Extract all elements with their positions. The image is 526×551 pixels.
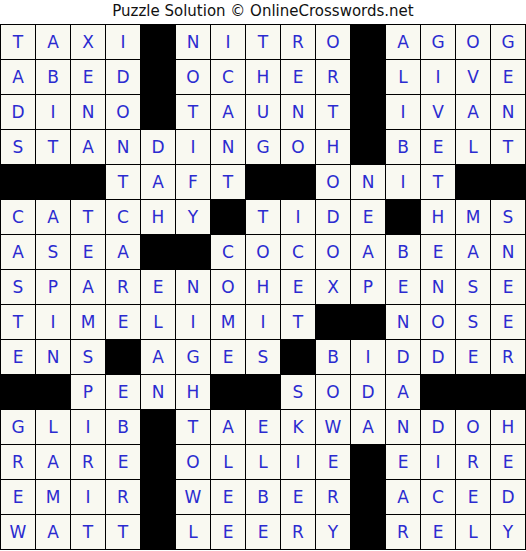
letter-cell-r8c5: E	[141, 270, 175, 304]
cell-letter: O	[326, 32, 339, 52]
cell-letter: A	[222, 417, 234, 437]
cell-letter: E	[153, 277, 164, 297]
cell-letter: E	[398, 277, 409, 297]
cell-letter: S	[13, 137, 24, 157]
cell-letter: H	[502, 417, 515, 437]
cell-letter: P	[48, 277, 58, 297]
letter-cell-r2c10: R	[316, 60, 350, 94]
cell-letter: L	[153, 312, 162, 332]
letter-cell-r6c6: Y	[176, 200, 210, 234]
letter-cell-r3c15: N	[491, 95, 525, 129]
letter-cell-r11c3: P	[71, 375, 105, 409]
letter-cell-r6c5: H	[141, 200, 175, 234]
letter-cell-r6c11: E	[351, 200, 385, 234]
letter-cell-r12c4: B	[106, 410, 140, 444]
cell-letter: I	[190, 137, 195, 157]
cell-letter: O	[291, 137, 304, 157]
letter-cell-r4c15: T	[491, 130, 525, 164]
cell-letter: W	[10, 522, 27, 542]
cell-letter: I	[225, 32, 230, 52]
letter-cell-r7c14: A	[456, 235, 490, 269]
letter-cell-r7c7: C	[211, 235, 245, 269]
black-cell	[246, 375, 280, 409]
cell-letter: E	[293, 67, 304, 87]
cell-letter: I	[295, 452, 300, 472]
cell-letter: B	[327, 347, 339, 367]
black-cell	[386, 200, 420, 234]
letter-cell-r7c3: E	[71, 235, 105, 269]
cell-letter: A	[397, 32, 409, 52]
letter-cell-r10c13: D	[421, 340, 455, 374]
letter-cell-r13c8: L	[246, 445, 280, 479]
letter-cell-r9c12: N	[386, 305, 420, 339]
letter-cell-r2c2: B	[36, 60, 70, 94]
cell-letter: N	[432, 277, 445, 297]
cell-letter: E	[433, 137, 444, 157]
cell-letter: E	[223, 487, 234, 507]
black-cell	[36, 165, 70, 199]
letter-cell-r13c13: I	[421, 445, 455, 479]
cell-letter: A	[397, 382, 409, 402]
cell-letter: C	[222, 242, 234, 262]
cell-letter: I	[365, 347, 370, 367]
letter-cell-r4c7: N	[211, 130, 245, 164]
letter-cell-r1c9: R	[281, 25, 315, 59]
letter-cell-r10c1: E	[1, 340, 35, 374]
cell-letter: B	[397, 137, 409, 157]
letter-cell-r8c6: N	[176, 270, 210, 304]
letter-cell-r2c13: I	[421, 60, 455, 94]
letter-cell-r4c4: N	[106, 130, 140, 164]
cell-letter: R	[327, 487, 339, 507]
cell-letter: E	[398, 452, 409, 472]
cell-letter: Y	[188, 207, 198, 227]
letter-cell-r4c14: L	[456, 130, 490, 164]
cell-letter: E	[503, 312, 514, 332]
black-cell	[456, 375, 490, 409]
letter-cell-r4c13: E	[421, 130, 455, 164]
cell-letter: O	[116, 102, 129, 122]
black-cell	[456, 165, 490, 199]
letter-cell-r15c14: L	[456, 515, 490, 549]
letter-cell-r15c12: R	[386, 515, 420, 549]
letter-cell-r14c1: E	[1, 480, 35, 514]
cell-letter: I	[85, 417, 90, 437]
cell-letter: G	[11, 417, 24, 437]
cell-letter: S	[468, 312, 479, 332]
cell-letter: A	[397, 487, 409, 507]
black-cell	[141, 25, 175, 59]
cell-letter: C	[12, 207, 24, 227]
cell-letter: E	[468, 347, 479, 367]
cell-letter: A	[82, 137, 94, 157]
cell-letter: R	[327, 67, 339, 87]
cell-letter: T	[13, 312, 23, 332]
cell-letter: I	[400, 102, 405, 122]
cell-letter: N	[397, 312, 410, 332]
black-cell	[316, 305, 350, 339]
letter-cell-r9c1: T	[1, 305, 35, 339]
letter-cell-r5c12: I	[386, 165, 420, 199]
letter-cell-r8c11: P	[351, 270, 385, 304]
cell-letter: H	[152, 207, 165, 227]
cell-letter: T	[328, 102, 338, 122]
letter-cell-r9c14: S	[456, 305, 490, 339]
cell-letter: C	[432, 487, 444, 507]
black-cell	[246, 165, 280, 199]
cell-letter: M	[46, 487, 61, 507]
letter-cell-r9c3: M	[71, 305, 105, 339]
cell-letter: N	[502, 242, 515, 262]
cell-letter: A	[222, 102, 234, 122]
letter-cell-r13c4: E	[106, 445, 140, 479]
cell-letter: L	[223, 452, 232, 472]
cell-letter: M	[221, 312, 236, 332]
letter-cell-r2c12: L	[386, 60, 420, 94]
cell-letter: D	[116, 67, 129, 87]
letter-cell-r12c9: K	[281, 410, 315, 444]
cell-letter: E	[118, 382, 129, 402]
cell-letter: E	[83, 67, 94, 87]
letter-cell-r6c15: S	[491, 200, 525, 234]
letter-cell-r9c8: I	[246, 305, 280, 339]
cell-letter: I	[50, 102, 55, 122]
cell-letter: I	[435, 67, 440, 87]
cell-letter: I	[120, 32, 125, 52]
letter-cell-r10c15: R	[491, 340, 525, 374]
cell-letter: S	[48, 242, 59, 262]
cell-letter: R	[117, 487, 129, 507]
cell-letter: O	[431, 312, 444, 332]
letter-cell-r7c13: E	[421, 235, 455, 269]
cell-letter: A	[362, 242, 374, 262]
letter-cell-r3c4: O	[106, 95, 140, 129]
cell-letter: I	[295, 207, 300, 227]
cell-letter: N	[292, 102, 305, 122]
letter-cell-r14c2: M	[36, 480, 70, 514]
letter-cell-r1c1: T	[1, 25, 35, 59]
cell-letter: C	[292, 242, 304, 262]
letter-cell-r14c10: R	[316, 480, 350, 514]
black-cell	[211, 375, 245, 409]
cell-letter: I	[190, 312, 195, 332]
black-cell	[1, 375, 35, 409]
black-cell	[141, 235, 175, 269]
cell-letter: G	[256, 137, 269, 157]
cell-letter: R	[397, 522, 409, 542]
cell-letter: L	[258, 452, 267, 472]
letter-cell-r8c10: X	[316, 270, 350, 304]
letter-cell-r5c6: F	[176, 165, 210, 199]
black-cell	[141, 480, 175, 514]
cell-letter: B	[117, 417, 129, 437]
letter-cell-r5c11: N	[351, 165, 385, 199]
cell-letter: E	[468, 487, 479, 507]
letter-cell-r7c12: B	[386, 235, 420, 269]
cell-letter: T	[83, 522, 93, 542]
black-cell	[141, 60, 175, 94]
letter-cell-r1c14: O	[456, 25, 490, 59]
cell-letter: N	[117, 137, 130, 157]
letter-cell-r1c3: X	[71, 25, 105, 59]
page-title: Puzzle Solution © OnlineCrosswords.net	[0, 0, 526, 23]
letter-cell-r4c2: T	[36, 130, 70, 164]
black-cell	[141, 445, 175, 479]
letter-cell-r8c4: R	[106, 270, 140, 304]
letter-cell-r13c12: E	[386, 445, 420, 479]
cell-letter: E	[503, 277, 514, 297]
cell-letter: T	[188, 417, 198, 437]
cell-letter: E	[223, 522, 234, 542]
black-cell	[1, 165, 35, 199]
letter-cell-r3c1: D	[1, 95, 35, 129]
letter-cell-r5c10: O	[316, 165, 350, 199]
cell-letter: B	[47, 67, 59, 87]
cell-letter: I	[400, 172, 405, 192]
cell-letter: G	[501, 32, 514, 52]
letter-cell-r15c10: Y	[316, 515, 350, 549]
letter-cell-r3c7: A	[211, 95, 245, 129]
cell-letter: T	[293, 312, 303, 332]
letter-cell-r13c1: R	[1, 445, 35, 479]
letter-cell-r15c9: R	[281, 515, 315, 549]
cell-letter: R	[82, 452, 94, 472]
letter-cell-r14c9: E	[281, 480, 315, 514]
cell-letter: N	[362, 172, 375, 192]
cell-letter: P	[83, 382, 93, 402]
cell-letter: A	[12, 242, 24, 262]
cell-letter: A	[82, 277, 94, 297]
cell-letter: H	[432, 207, 445, 227]
letter-cell-r1c10: O	[316, 25, 350, 59]
cell-letter: C	[117, 207, 129, 227]
letter-cell-r14c12: A	[386, 480, 420, 514]
letter-cell-r3c10: T	[316, 95, 350, 129]
cell-letter: X	[327, 277, 339, 297]
letter-cell-r2c15: E	[491, 60, 525, 94]
letter-cell-r7c11: A	[351, 235, 385, 269]
letter-cell-r12c13: D	[421, 410, 455, 444]
letter-cell-r10c6: G	[176, 340, 210, 374]
letter-cell-r3c8: U	[246, 95, 280, 129]
cell-letter: O	[326, 382, 339, 402]
cell-letter: A	[47, 522, 59, 542]
black-cell	[491, 375, 525, 409]
letter-cell-r14c15: D	[491, 480, 525, 514]
letter-cell-r3c2: I	[36, 95, 70, 129]
letter-cell-r2c8: H	[246, 60, 280, 94]
cell-letter: H	[257, 277, 270, 297]
cell-letter: E	[118, 312, 129, 332]
letter-cell-r6c14: M	[456, 200, 490, 234]
cell-letter: R	[117, 277, 129, 297]
cell-letter: N	[152, 382, 165, 402]
cell-letter: U	[257, 102, 269, 122]
cell-letter: O	[256, 242, 269, 262]
black-cell	[351, 480, 385, 514]
letter-cell-r10c8: S	[246, 340, 280, 374]
letter-cell-r1c13: G	[421, 25, 455, 59]
letter-cell-r7c10: O	[316, 235, 350, 269]
letter-cell-r14c3: I	[71, 480, 105, 514]
cell-letter: T	[13, 32, 23, 52]
puzzle-solution-page: Puzzle Solution © OnlineCrosswords.net T…	[0, 0, 526, 551]
letter-cell-r9c7: M	[211, 305, 245, 339]
letter-cell-r13c10: E	[316, 445, 350, 479]
cell-letter: O	[186, 452, 199, 472]
letter-cell-r15c8: E	[246, 515, 280, 549]
black-cell	[281, 340, 315, 374]
cell-letter: A	[152, 172, 164, 192]
cell-letter: D	[151, 137, 164, 157]
letter-cell-r8c7: O	[211, 270, 245, 304]
cell-letter: E	[433, 242, 444, 262]
letter-cell-r13c9: I	[281, 445, 315, 479]
letter-cell-r10c11: I	[351, 340, 385, 374]
cell-letter: T	[433, 172, 443, 192]
cell-letter: I	[85, 487, 90, 507]
cell-letter: D	[431, 347, 444, 367]
cell-letter: R	[502, 347, 514, 367]
letter-cell-r1c7: I	[211, 25, 245, 59]
letter-cell-r8c3: A	[71, 270, 105, 304]
cell-letter: G	[186, 347, 199, 367]
letter-cell-r3c9: N	[281, 95, 315, 129]
cell-letter: S	[468, 277, 479, 297]
cell-letter: W	[185, 487, 202, 507]
letter-cell-r7c2: S	[36, 235, 70, 269]
letter-cell-r8c12: E	[386, 270, 420, 304]
letter-cell-r12c15: H	[491, 410, 525, 444]
letter-cell-r10c7: E	[211, 340, 245, 374]
cell-letter: E	[503, 67, 514, 87]
black-cell	[71, 165, 105, 199]
letter-cell-r12c3: I	[71, 410, 105, 444]
cell-letter: N	[187, 277, 200, 297]
letter-cell-r11c6: H	[176, 375, 210, 409]
cell-letter: O	[221, 277, 234, 297]
cell-letter: R	[292, 522, 304, 542]
letter-cell-r1c8: T	[246, 25, 280, 59]
letter-cell-r12c14: O	[456, 410, 490, 444]
letter-cell-r9c13: O	[421, 305, 455, 339]
letter-cell-r7c9: C	[281, 235, 315, 269]
cell-letter: K	[292, 417, 303, 437]
letter-cell-r13c6: O	[176, 445, 210, 479]
black-cell	[351, 95, 385, 129]
cell-letter: A	[362, 417, 374, 437]
letter-cell-r13c2: A	[36, 445, 70, 479]
black-cell	[351, 305, 385, 339]
letter-cell-r2c3: E	[71, 60, 105, 94]
cell-letter: F	[188, 172, 198, 192]
letter-cell-r11c12: A	[386, 375, 420, 409]
black-cell	[211, 200, 245, 234]
black-cell	[421, 375, 455, 409]
cell-letter: A	[47, 32, 59, 52]
letter-cell-r2c14: V	[456, 60, 490, 94]
cell-letter: R	[467, 452, 479, 472]
cell-letter: D	[11, 102, 24, 122]
crossword-grid: TAXINITROAGOGABEDOCHERLIVEDINOTAUNTIVANS…	[0, 24, 526, 550]
cell-letter: B	[397, 242, 409, 262]
black-cell	[351, 60, 385, 94]
cell-letter: T	[48, 137, 58, 157]
cell-letter: E	[293, 487, 304, 507]
cell-letter: C	[222, 67, 234, 87]
cell-letter: D	[431, 417, 444, 437]
letter-cell-r15c7: E	[211, 515, 245, 549]
letter-cell-r12c11: A	[351, 410, 385, 444]
cell-letter: A	[117, 242, 129, 262]
cell-letter: E	[13, 347, 24, 367]
letter-cell-r6c1: C	[1, 200, 35, 234]
letter-cell-r8c13: N	[421, 270, 455, 304]
cell-letter: L	[398, 67, 407, 87]
letter-cell-r9c9: T	[281, 305, 315, 339]
cell-letter: G	[431, 32, 444, 52]
letter-cell-r8c1: S	[1, 270, 35, 304]
cell-letter: S	[13, 277, 24, 297]
letter-cell-r11c11: D	[351, 375, 385, 409]
letter-cell-r12c2: L	[36, 410, 70, 444]
letter-cell-r14c7: E	[211, 480, 245, 514]
letter-cell-r4c5: D	[141, 130, 175, 164]
black-cell	[351, 25, 385, 59]
black-cell	[106, 340, 140, 374]
cell-letter: A	[467, 102, 479, 122]
cell-letter: A	[467, 242, 479, 262]
letter-cell-r10c14: E	[456, 340, 490, 374]
letter-cell-r7c8: O	[246, 235, 280, 269]
cell-letter: T	[258, 207, 268, 227]
cell-letter: N	[502, 102, 515, 122]
letter-cell-r13c7: L	[211, 445, 245, 479]
letter-cell-r15c1: W	[1, 515, 35, 549]
cell-letter: O	[326, 242, 339, 262]
letter-cell-r14c6: W	[176, 480, 210, 514]
letter-cell-r9c15: E	[491, 305, 525, 339]
letter-cell-r3c12: I	[386, 95, 420, 129]
letter-cell-r2c7: C	[211, 60, 245, 94]
letter-cell-r12c12: N	[386, 410, 420, 444]
cell-letter: I	[260, 312, 265, 332]
letter-cell-r8c15: E	[491, 270, 525, 304]
letter-cell-r5c13: T	[421, 165, 455, 199]
cell-letter: H	[327, 137, 340, 157]
cell-letter: T	[503, 137, 513, 157]
letter-cell-r5c4: T	[106, 165, 140, 199]
cell-letter: D	[326, 207, 339, 227]
letter-cell-r13c14: R	[456, 445, 490, 479]
letter-cell-r14c8: B	[246, 480, 280, 514]
letter-cell-r6c4: C	[106, 200, 140, 234]
letter-cell-r6c3: T	[71, 200, 105, 234]
letter-cell-r1c15: G	[491, 25, 525, 59]
cell-letter: I	[435, 452, 440, 472]
cell-letter: E	[433, 522, 444, 542]
cell-letter: T	[83, 207, 93, 227]
letter-cell-r3c6: T	[176, 95, 210, 129]
cell-letter: O	[466, 417, 479, 437]
cell-letter: E	[293, 277, 304, 297]
letter-cell-r7c4: A	[106, 235, 140, 269]
letter-cell-r6c10: D	[316, 200, 350, 234]
cell-letter: E	[363, 207, 374, 227]
letter-cell-r8c8: H	[246, 270, 280, 304]
black-cell	[491, 165, 525, 199]
cell-letter: V	[432, 102, 444, 122]
